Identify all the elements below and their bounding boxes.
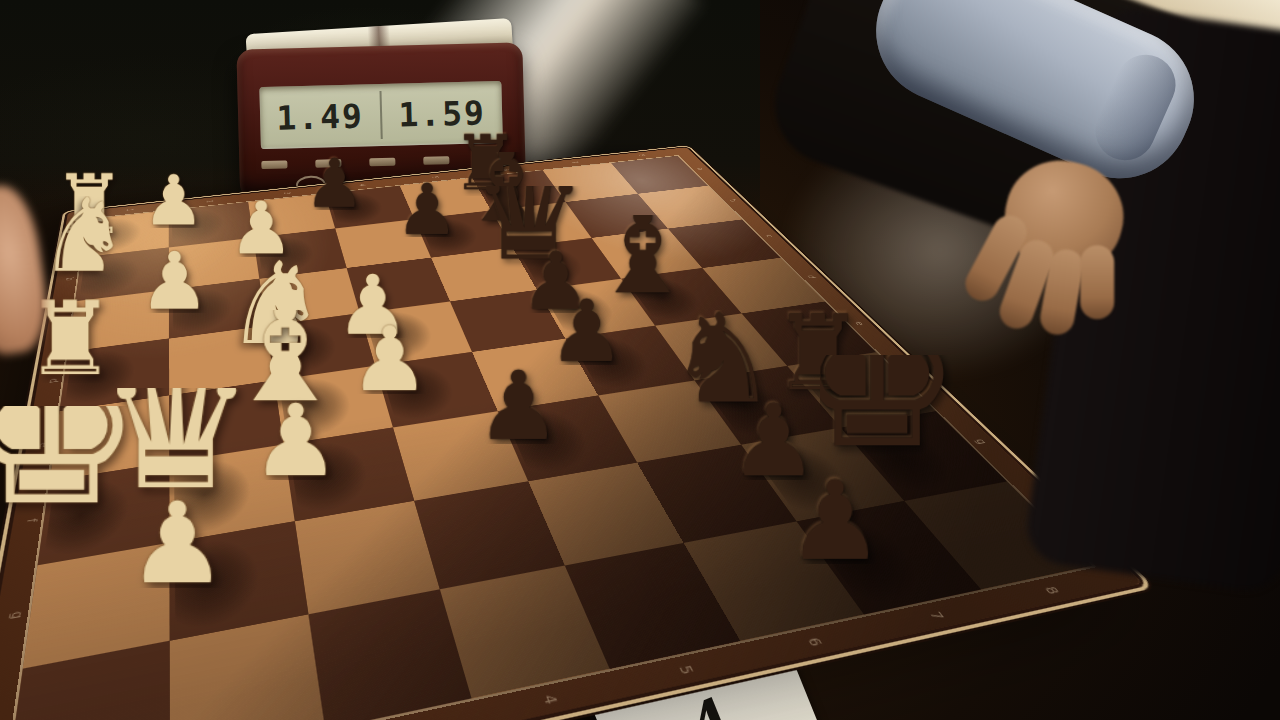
square-e3: ♝	[274, 366, 393, 445]
board-coordinate-label: 1	[125, 208, 134, 211]
board-coordinate-label: h	[1051, 513, 1069, 521]
board-coordinate-label: c	[56, 324, 68, 329]
board-coordinate-label: 3	[282, 192, 291, 195]
chess-board-area: ♜♚♝♞♟♟♜♝♛♟♟♟♟♟♟♟♟♞♝♟♟♟♛♟♜♞♜♚ aa88bb77cc6…	[56, 0, 888, 720]
board-coordinate-label: 8	[637, 154, 646, 157]
board-coordinate-label: 5	[431, 176, 440, 179]
piece-shadow	[79, 253, 139, 298]
board-coordinate-label: b	[64, 277, 75, 281]
board-coordinate-label: 7	[927, 610, 946, 620]
board-coordinate-label: 7	[570, 161, 579, 164]
square-c2: ♟	[169, 279, 266, 339]
board-coordinate-label: 6	[805, 637, 824, 648]
background-light-patch	[1100, 0, 1280, 260]
board-coordinate-label: f	[24, 518, 39, 524]
piece-shadow	[418, 216, 483, 255]
board-coordinate-label: e	[37, 442, 51, 449]
board-coordinate-label: 4	[540, 694, 559, 706]
piece-shadow	[329, 190, 387, 226]
board-coordinate-label: e	[853, 321, 866, 326]
piece-shadow	[503, 404, 598, 475]
piece-shadow	[848, 421, 968, 496]
piece-shadow	[85, 216, 141, 255]
board-coordinate-label: g	[8, 610, 25, 620]
board-coordinate-label: 2	[205, 200, 214, 203]
piece-shadow	[65, 346, 135, 406]
board-coordinate-label: f	[908, 375, 920, 379]
piece-shadow	[364, 308, 438, 362]
piece-shadow	[289, 437, 373, 515]
square-g3	[295, 501, 440, 615]
piece-shadow	[380, 360, 461, 423]
square-h3	[308, 589, 471, 720]
piece-shadow	[175, 534, 262, 634]
piece-shadow	[270, 320, 340, 376]
piece-shadow	[174, 455, 252, 537]
board-coordinate-label: a	[695, 167, 705, 170]
board-coordinate-label: 4	[358, 184, 367, 187]
board-coordinate-label: 6	[501, 168, 510, 171]
scene-photo: 1.49 1.59 ♜♚♝♞♟♟♜♝♛♟♟♟♟♟♟♟♟♞♝♟♟♟♛♟♜♞♜♚ a…	[0, 0, 1280, 720]
square-c3	[259, 268, 359, 326]
board-coordinate-label: 5	[676, 664, 695, 675]
board-coordinate-label: c	[764, 234, 775, 237]
board-coordinate-label: a	[71, 236, 81, 240]
square-d8	[702, 258, 825, 314]
piece-shadow	[172, 207, 225, 245]
board-coordinate-label: g	[973, 438, 989, 445]
piece-shadow	[173, 285, 234, 335]
board-coordinate-label: d	[805, 275, 817, 279]
board-coordinate-label: d	[47, 378, 60, 384]
square-f5: ♟	[498, 395, 637, 481]
piece-shadow	[279, 374, 356, 440]
board-coordinate-label: 8	[1042, 586, 1061, 596]
piece-shadow	[257, 234, 317, 276]
piece-shadow	[44, 473, 129, 559]
board-coordinate-label: b	[728, 199, 738, 202]
